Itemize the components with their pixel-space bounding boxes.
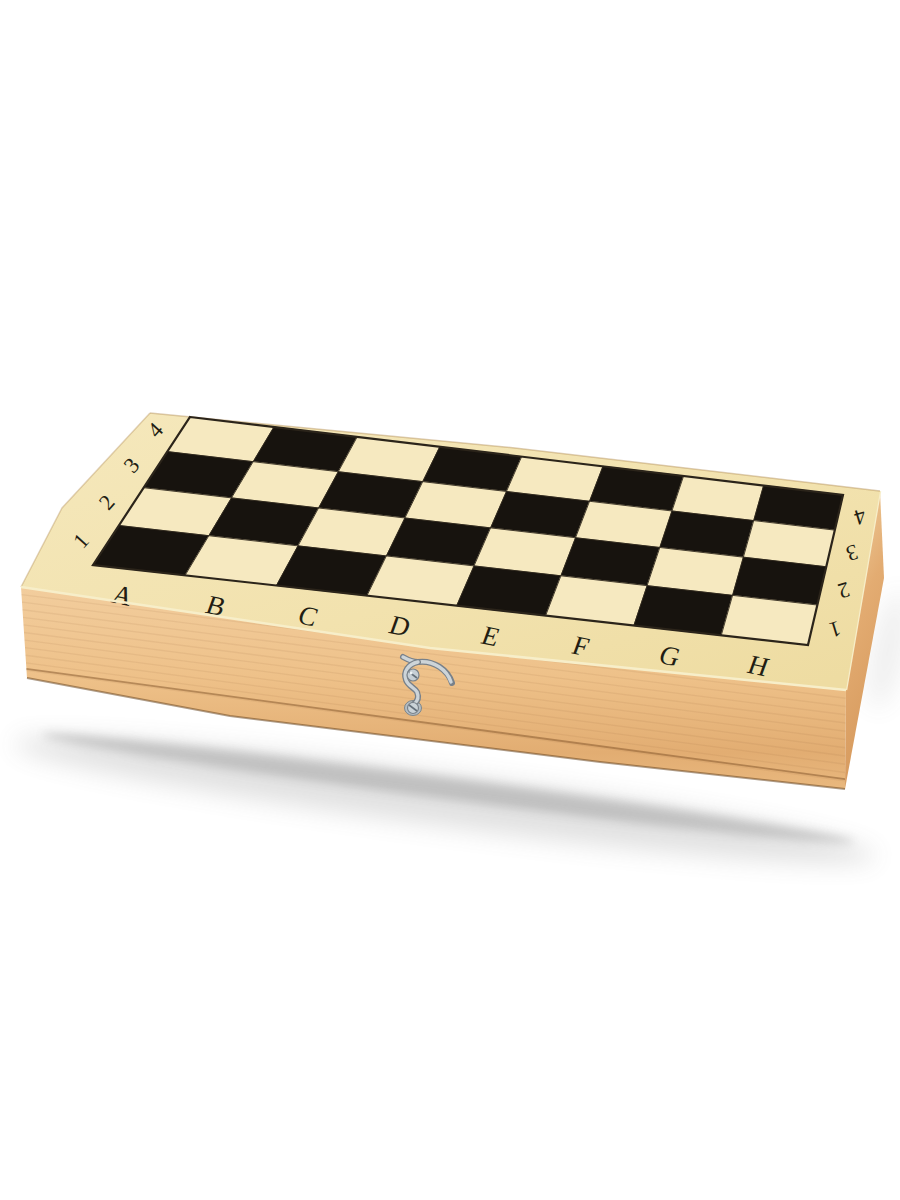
- chess-box-illustration: 43214321ABCDEFGH: [0, 0, 900, 1200]
- product-photo: 43214321ABCDEFGH: [0, 0, 900, 1200]
- latch-screw-glint: [409, 671, 412, 674]
